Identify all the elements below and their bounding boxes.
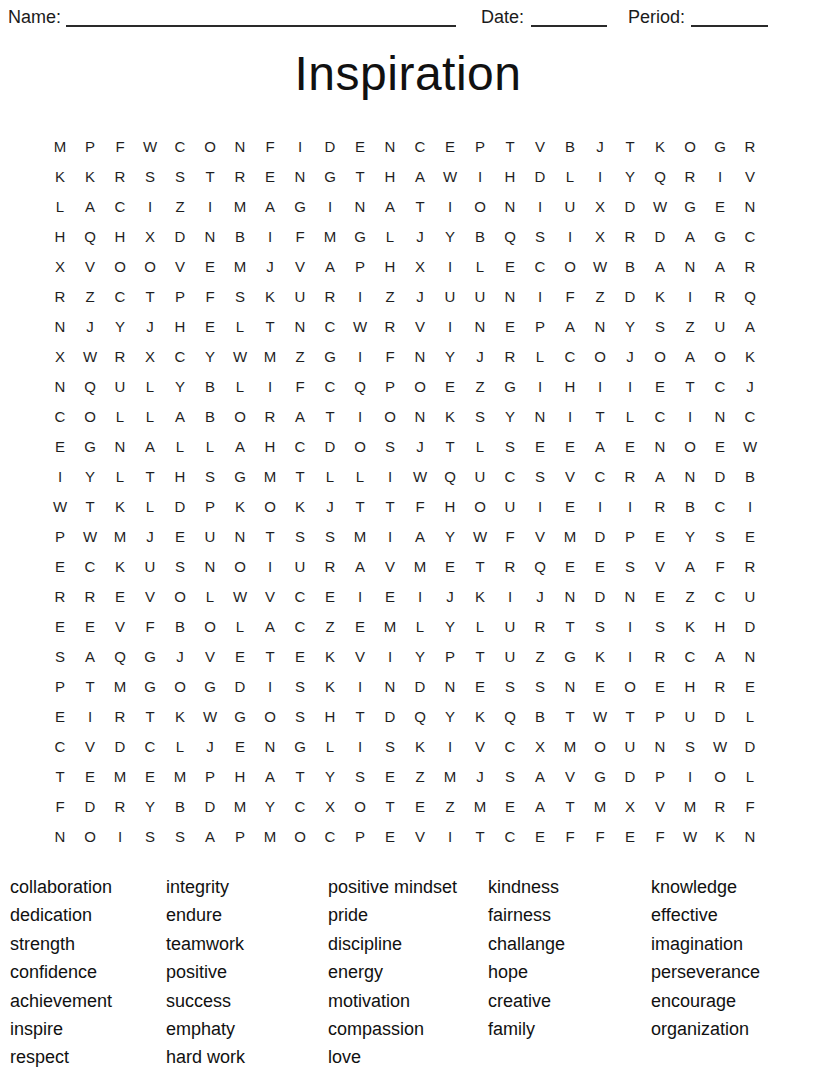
grid-cell: Y: [615, 161, 645, 191]
grid-cell: C: [285, 611, 315, 641]
grid-cell: V: [165, 251, 195, 281]
grid-cell: Y: [435, 341, 465, 371]
grid-cell: I: [255, 671, 285, 701]
grid-cell: C: [705, 491, 735, 521]
grid-cell: E: [735, 521, 765, 551]
grid-cell: E: [585, 551, 615, 581]
grid-cell: R: [645, 491, 675, 521]
grid-cell: Z: [675, 311, 705, 341]
grid-cell: Z: [675, 581, 705, 611]
grid-cell: E: [435, 131, 465, 161]
grid-cell: D: [105, 731, 135, 761]
grid-cell: O: [255, 491, 285, 521]
grid-cell: V: [75, 731, 105, 761]
word-bank-item: pride: [328, 905, 488, 933]
grid-cell: K: [255, 281, 285, 311]
grid-cell: N: [555, 671, 585, 701]
grid-cell: T: [615, 701, 645, 731]
grid-cell: L: [315, 731, 345, 761]
grid-cell: N: [735, 641, 765, 671]
grid-cell: H: [225, 761, 255, 791]
grid-cell: J: [165, 641, 195, 671]
grid-cell: R: [45, 581, 75, 611]
word-bank-item: respect: [10, 1047, 166, 1075]
grid-cell: O: [375, 401, 405, 431]
grid-cell: M: [555, 731, 585, 761]
grid-cell: B: [525, 701, 555, 731]
grid-cell: V: [405, 821, 435, 851]
grid-cell: N: [675, 461, 705, 491]
grid-cell: J: [405, 221, 435, 251]
grid-cell: V: [735, 161, 765, 191]
grid-cell: R: [105, 161, 135, 191]
grid-cell: L: [225, 311, 255, 341]
grid-cell: R: [525, 611, 555, 641]
grid-cell: V: [345, 641, 375, 671]
grid-cell: Q: [345, 371, 375, 401]
grid-cell: Z: [75, 281, 105, 311]
grid-cell: R: [375, 311, 405, 341]
grid-cell: A: [405, 521, 435, 551]
grid-cell: V: [285, 251, 315, 281]
grid-cell: K: [285, 491, 315, 521]
grid-cell: U: [465, 281, 495, 311]
grid-cell: G: [675, 191, 705, 221]
grid-cell: U: [195, 521, 225, 551]
grid-cell: M: [255, 821, 285, 851]
grid-cell: K: [105, 551, 135, 581]
grid-cell: Y: [255, 791, 285, 821]
grid-cell: H: [165, 311, 195, 341]
grid-cell: I: [555, 221, 585, 251]
grid-cell: B: [735, 461, 765, 491]
grid-cell: L: [465, 251, 495, 281]
grid-cell: Q: [75, 221, 105, 251]
word-bank-item: discipline: [328, 934, 488, 962]
grid-cell: O: [675, 131, 705, 161]
grid-cell: E: [495, 311, 525, 341]
grid-cell: T: [255, 641, 285, 671]
grid-cell: X: [585, 191, 615, 221]
word-bank-item: challange: [488, 934, 651, 962]
grid-cell: D: [705, 701, 735, 731]
grid-cell: T: [285, 761, 315, 791]
grid-cell: V: [645, 791, 675, 821]
grid-cell: I: [735, 491, 765, 521]
word-bank-item: endure: [166, 905, 328, 933]
grid-cell: E: [435, 371, 465, 401]
grid-cell: S: [165, 161, 195, 191]
grid-cell: W: [75, 341, 105, 371]
grid-cell: E: [135, 761, 165, 791]
grid-cell: F: [105, 131, 135, 161]
grid-cell: L: [735, 701, 765, 731]
grid-cell: R: [705, 791, 735, 821]
grid-cell: A: [675, 341, 705, 371]
grid-cell: C: [315, 371, 345, 401]
grid-cell: C: [735, 221, 765, 251]
grid-cell: T: [45, 761, 75, 791]
grid-cell: M: [465, 791, 495, 821]
grid-cell: W: [675, 821, 705, 851]
grid-cell: N: [225, 521, 255, 551]
grid-cell: E: [375, 581, 405, 611]
grid-cell: X: [135, 221, 165, 251]
grid-cell: H: [165, 461, 195, 491]
grid-cell: L: [45, 191, 75, 221]
grid-cell: R: [255, 401, 285, 431]
grid-cell: A: [375, 191, 405, 221]
grid-cell: F: [135, 611, 165, 641]
grid-cell: T: [255, 521, 285, 551]
grid-cell: I: [105, 821, 135, 851]
grid-cell: R: [645, 641, 675, 671]
grid-cell: Y: [435, 611, 465, 641]
grid-cell: A: [675, 551, 705, 581]
grid-cell: R: [495, 341, 525, 371]
grid-cell: W: [45, 491, 75, 521]
grid-cell: U: [555, 191, 585, 221]
grid-cell: O: [225, 551, 255, 581]
grid-cell: W: [465, 521, 495, 551]
word-bank-item: confidence: [10, 962, 166, 990]
word-bank-item: kindness: [488, 877, 651, 905]
word-bank-item: hard work: [166, 1047, 328, 1075]
grid-cell: S: [345, 761, 375, 791]
grid-cell: A: [135, 431, 165, 461]
grid-cell: K: [165, 701, 195, 731]
grid-cell: P: [435, 641, 465, 671]
grid-cell: Q: [735, 281, 765, 311]
grid-cell: W: [705, 731, 735, 761]
grid-cell: E: [165, 521, 195, 551]
grid-cell: C: [135, 731, 165, 761]
grid-cell: I: [555, 401, 585, 431]
grid-cell: E: [75, 761, 105, 791]
grid-cell: I: [375, 461, 405, 491]
grid-cell: D: [615, 281, 645, 311]
grid-cell: K: [405, 731, 435, 761]
grid-cell: A: [525, 761, 555, 791]
grid-cell: T: [75, 491, 105, 521]
grid-cell: W: [75, 521, 105, 551]
period-label: Period:: [628, 7, 685, 28]
grid-cell: L: [405, 611, 435, 641]
grid-cell: C: [75, 551, 105, 581]
grid-cell: G: [75, 431, 105, 461]
grid-cell: R: [75, 581, 105, 611]
word-bank-column: kindnessfairnesschallangehopecreativefam…: [488, 877, 651, 1076]
grid-cell: N: [285, 161, 315, 191]
grid-cell: L: [315, 461, 345, 491]
grid-cell: E: [525, 431, 555, 461]
grid-cell: H: [705, 611, 735, 641]
grid-cell: C: [45, 401, 75, 431]
grid-cell: E: [585, 671, 615, 701]
grid-cell: S: [285, 671, 315, 701]
grid-cell: I: [585, 491, 615, 521]
grid-cell: T: [255, 311, 285, 341]
grid-cell: E: [45, 551, 75, 581]
grid-cell: C: [555, 341, 585, 371]
grid-cell: C: [165, 341, 195, 371]
grid-cell: N: [675, 251, 705, 281]
grid-cell: C: [165, 131, 195, 161]
grid-cell: A: [75, 191, 105, 221]
grid-cell: N: [225, 131, 255, 161]
grid-cell: I: [615, 641, 645, 671]
word-bank-item: creative: [488, 991, 651, 1019]
grid-cell: Q: [495, 221, 525, 251]
grid-cell: T: [315, 401, 345, 431]
grid-cell: U: [135, 551, 165, 581]
grid-cell: D: [615, 761, 645, 791]
grid-cell: C: [705, 581, 735, 611]
grid-cell: C: [105, 191, 135, 221]
grid-cell: R: [315, 281, 345, 311]
grid-cell: T: [465, 551, 495, 581]
grid-cell: E: [615, 431, 645, 461]
grid-cell: Y: [435, 701, 465, 731]
grid-cell: D: [735, 731, 765, 761]
grid-cell: O: [585, 341, 615, 371]
grid-cell: I: [705, 161, 735, 191]
grid-cell: E: [315, 581, 345, 611]
grid-cell: E: [375, 761, 405, 791]
grid-cell: O: [75, 821, 105, 851]
grid-cell: K: [315, 641, 345, 671]
grid-cell: I: [465, 161, 495, 191]
grid-cell: S: [375, 731, 405, 761]
grid-cell: V: [375, 551, 405, 581]
grid-cell: O: [345, 431, 375, 461]
grid-cell: I: [315, 191, 345, 221]
grid-cell: D: [165, 221, 195, 251]
grid-cell: P: [225, 821, 255, 851]
grid-cell: N: [45, 821, 75, 851]
grid-cell: S: [195, 461, 225, 491]
grid-cell: N: [525, 401, 555, 431]
grid-cell: I: [345, 581, 375, 611]
grid-cell: M: [225, 251, 255, 281]
word-bank-item: fairness: [488, 905, 651, 933]
grid-cell: E: [645, 521, 675, 551]
grid-cell: J: [75, 311, 105, 341]
grid-cell: A: [225, 431, 255, 461]
grid-cell: M: [345, 521, 375, 551]
grid-cell: I: [345, 731, 375, 761]
grid-cell: E: [645, 671, 675, 701]
grid-cell: F: [555, 281, 585, 311]
grid-cell: S: [465, 401, 495, 431]
grid-cell: A: [645, 461, 675, 491]
grid-cell: N: [45, 371, 75, 401]
word-bank-item: perseverance: [651, 962, 816, 990]
grid-cell: S: [45, 641, 75, 671]
grid-cell: D: [705, 461, 735, 491]
grid-cell: I: [525, 281, 555, 311]
grid-cell: O: [585, 731, 615, 761]
grid-cell: Z: [435, 791, 465, 821]
grid-cell: G: [555, 641, 585, 671]
grid-cell: I: [585, 371, 615, 401]
grid-cell: A: [285, 401, 315, 431]
grid-cell: I: [345, 281, 375, 311]
grid-cell: C: [285, 791, 315, 821]
grid-cell: E: [285, 641, 315, 671]
word-bank-item: knowledge: [651, 877, 816, 905]
grid-cell: N: [555, 581, 585, 611]
grid-cell: N: [645, 731, 675, 761]
grid-cell: N: [585, 311, 615, 341]
grid-cell: N: [105, 431, 135, 461]
grid-cell: T: [555, 611, 585, 641]
grid-cell: M: [105, 761, 135, 791]
grid-cell: R: [735, 251, 765, 281]
grid-cell: C: [45, 731, 75, 761]
grid-cell: N: [45, 311, 75, 341]
grid-cell: F: [705, 551, 735, 581]
grid-cell: K: [435, 401, 465, 431]
grid-cell: F: [45, 791, 75, 821]
grid-cell: A: [705, 251, 735, 281]
grid-cell: P: [345, 821, 375, 851]
grid-cell: T: [465, 641, 495, 671]
grid-cell: I: [255, 371, 285, 401]
grid-cell: M: [585, 791, 615, 821]
grid-cell: P: [525, 311, 555, 341]
grid-cell: J: [255, 251, 285, 281]
grid-cell: A: [735, 311, 765, 341]
grid-cell: Q: [405, 701, 435, 731]
grid-cell: M: [555, 521, 585, 551]
grid-cell: W: [225, 581, 255, 611]
grid-cell: A: [405, 161, 435, 191]
grid-cell: S: [165, 551, 195, 581]
grid-cell: I: [405, 581, 435, 611]
grid-cell: V: [525, 131, 555, 161]
grid-cell: G: [225, 461, 255, 491]
grid-cell: B: [555, 131, 585, 161]
grid-cell: O: [465, 191, 495, 221]
grid-cell: Q: [495, 701, 525, 731]
grid-cell: M: [675, 791, 705, 821]
grid-cell: R: [735, 131, 765, 161]
grid-cell: A: [195, 821, 225, 851]
grid-cell: O: [465, 491, 495, 521]
grid-cell: T: [615, 131, 645, 161]
word-bank-column: integrityendureteamworkpositivesuccessem…: [166, 877, 328, 1076]
grid-cell: V: [195, 641, 225, 671]
grid-cell: D: [195, 791, 225, 821]
grid-cell: T: [405, 191, 435, 221]
grid-cell: P: [465, 131, 495, 161]
grid-cell: G: [285, 191, 315, 221]
grid-cell: M: [315, 221, 345, 251]
grid-cell: E: [225, 641, 255, 671]
grid-cell: E: [375, 821, 405, 851]
word-bank-item: positive mindset: [328, 877, 488, 905]
grid-cell: K: [675, 611, 705, 641]
grid-cell: Z: [315, 611, 345, 641]
grid-cell: K: [225, 491, 255, 521]
grid-cell: I: [285, 131, 315, 161]
grid-cell: I: [345, 341, 375, 371]
grid-cell: Z: [165, 191, 195, 221]
grid-cell: J: [465, 761, 495, 791]
grid-cell: L: [345, 461, 375, 491]
grid-cell: T: [585, 401, 615, 431]
grid-cell: O: [555, 251, 585, 281]
word-bank-item: success: [166, 991, 328, 1019]
grid-cell: Y: [495, 401, 525, 431]
date-blank-line: [531, 6, 607, 27]
grid-cell: E: [555, 491, 585, 521]
grid-cell: E: [555, 551, 585, 581]
grid-cell: L: [375, 221, 405, 251]
grid-cell: D: [405, 671, 435, 701]
grid-cell: X: [135, 341, 165, 371]
grid-cell: P: [345, 251, 375, 281]
grid-cell: S: [495, 761, 525, 791]
grid-cell: S: [225, 281, 255, 311]
grid-cell: O: [705, 761, 735, 791]
grid-cell: R: [705, 281, 735, 311]
grid-cell: A: [255, 761, 285, 791]
grid-cell: S: [495, 431, 525, 461]
grid-cell: R: [495, 551, 525, 581]
grid-cell: Q: [75, 371, 105, 401]
grid-cell: O: [285, 821, 315, 851]
grid-cell: H: [675, 671, 705, 701]
grid-cell: U: [495, 641, 525, 671]
grid-cell: N: [405, 341, 435, 371]
grid-cell: D: [615, 191, 645, 221]
grid-cell: A: [165, 401, 195, 431]
grid-cell: R: [315, 551, 345, 581]
grid-cell: T: [135, 461, 165, 491]
grid-cell: E: [495, 791, 525, 821]
grid-cell: E: [735, 671, 765, 701]
grid-cell: T: [555, 791, 585, 821]
grid-cell: G: [135, 641, 165, 671]
grid-cell: L: [105, 461, 135, 491]
grid-cell: W: [195, 701, 225, 731]
grid-cell: I: [45, 461, 75, 491]
grid-cell: U: [705, 311, 735, 341]
grid-cell: M: [405, 551, 435, 581]
grid-cell: K: [465, 701, 495, 731]
grid-cell: B: [615, 251, 645, 281]
grid-cell: C: [315, 311, 345, 341]
grid-cell: E: [705, 431, 735, 461]
grid-cell: M: [255, 341, 285, 371]
grid-cell: K: [645, 281, 675, 311]
grid-cell: H: [435, 491, 465, 521]
grid-cell: Z: [375, 281, 405, 311]
word-bank-item: imagination: [651, 934, 816, 962]
grid-cell: S: [705, 521, 735, 551]
grid-cell: I: [135, 191, 165, 221]
grid-cell: N: [195, 551, 225, 581]
grid-cell: G: [585, 761, 615, 791]
grid-cell: L: [225, 611, 255, 641]
grid-cell: D: [525, 161, 555, 191]
grid-cell: B: [165, 791, 195, 821]
grid-cell: U: [285, 281, 315, 311]
grid-cell: H: [45, 221, 75, 251]
grid-cell: L: [135, 401, 165, 431]
